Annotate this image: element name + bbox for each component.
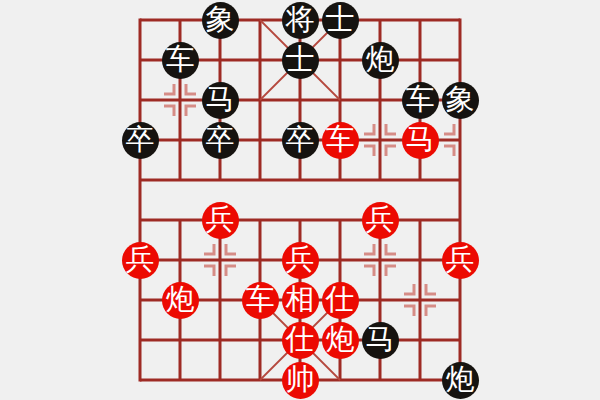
piece-label: 马 (366, 325, 395, 354)
piece-black-horse[interactable]: 马 (362, 322, 399, 359)
piece-label: 炮 (366, 45, 395, 74)
piece-label: 将 (286, 5, 315, 34)
piece-red-general[interactable]: 帅 (282, 362, 319, 399)
piece-label: 车 (166, 45, 195, 74)
piece-black-advisor[interactable]: 士 (322, 2, 359, 39)
piece-label: 兵 (286, 245, 315, 274)
piece-black-chariot[interactable]: 车 (162, 42, 199, 79)
piece-red-soldier[interactable]: 兵 (362, 202, 399, 239)
piece-red-advisor[interactable]: 仕 (322, 282, 359, 319)
piece-black-cannon[interactable]: 炮 (442, 362, 479, 399)
piece-label: 象 (446, 85, 475, 114)
piece-red-soldier[interactable]: 兵 (282, 242, 319, 279)
piece-red-soldier[interactable]: 兵 (122, 242, 159, 279)
piece-black-elephant[interactable]: 象 (442, 82, 479, 119)
piece-label: 象 (206, 5, 235, 34)
piece-label: 马 (206, 85, 235, 114)
piece-red-advisor[interactable]: 仕 (282, 322, 319, 359)
piece-label: 仕 (326, 285, 355, 314)
piece-label: 车 (326, 125, 355, 154)
piece-red-chariot[interactable]: 车 (322, 122, 359, 159)
piece-label: 相 (286, 285, 315, 314)
piece-red-chariot[interactable]: 车 (242, 282, 279, 319)
piece-black-soldier[interactable]: 卒 (282, 122, 319, 159)
piece-red-elephant[interactable]: 相 (282, 282, 319, 319)
piece-red-horse[interactable]: 马 (402, 122, 439, 159)
piece-label: 卒 (206, 125, 235, 154)
piece-label: 炮 (326, 325, 355, 354)
piece-label: 卒 (126, 125, 155, 154)
piece-label: 车 (406, 85, 435, 114)
piece-red-cannon[interactable]: 炮 (162, 282, 199, 319)
piece-label: 卒 (286, 125, 315, 154)
piece-black-advisor[interactable]: 士 (282, 42, 319, 79)
piece-black-horse[interactable]: 马 (202, 82, 239, 119)
piece-red-cannon[interactable]: 炮 (322, 322, 359, 359)
piece-black-soldier[interactable]: 卒 (122, 122, 159, 159)
piece-black-elephant[interactable]: 象 (202, 2, 239, 39)
piece-label: 兵 (206, 205, 235, 234)
piece-label: 兵 (446, 245, 475, 274)
piece-black-chariot[interactable]: 车 (402, 82, 439, 119)
board-canvas: 象将士车士炮马车象卒卒卒车马兵兵兵兵兵炮车相仕仕炮马帅炮 (0, 0, 600, 400)
piece-label: 炮 (166, 285, 195, 314)
piece-label: 士 (286, 45, 315, 74)
piece-label: 车 (246, 285, 275, 314)
piece-label: 兵 (366, 205, 395, 234)
piece-black-cannon[interactable]: 炮 (362, 42, 399, 79)
piece-label: 士 (326, 5, 355, 34)
xiangqi-board[interactable]: 象将士车士炮马车象卒卒卒车马兵兵兵兵兵炮车相仕仕炮马帅炮 (0, 0, 600, 400)
piece-label: 兵 (126, 245, 155, 274)
piece-label: 帅 (286, 365, 315, 394)
piece-label: 马 (406, 125, 435, 154)
piece-red-soldier[interactable]: 兵 (202, 202, 239, 239)
piece-red-soldier[interactable]: 兵 (442, 242, 479, 279)
piece-black-general[interactable]: 将 (282, 2, 319, 39)
piece-label: 炮 (446, 365, 475, 394)
piece-label: 仕 (286, 325, 315, 354)
piece-black-soldier[interactable]: 卒 (202, 122, 239, 159)
